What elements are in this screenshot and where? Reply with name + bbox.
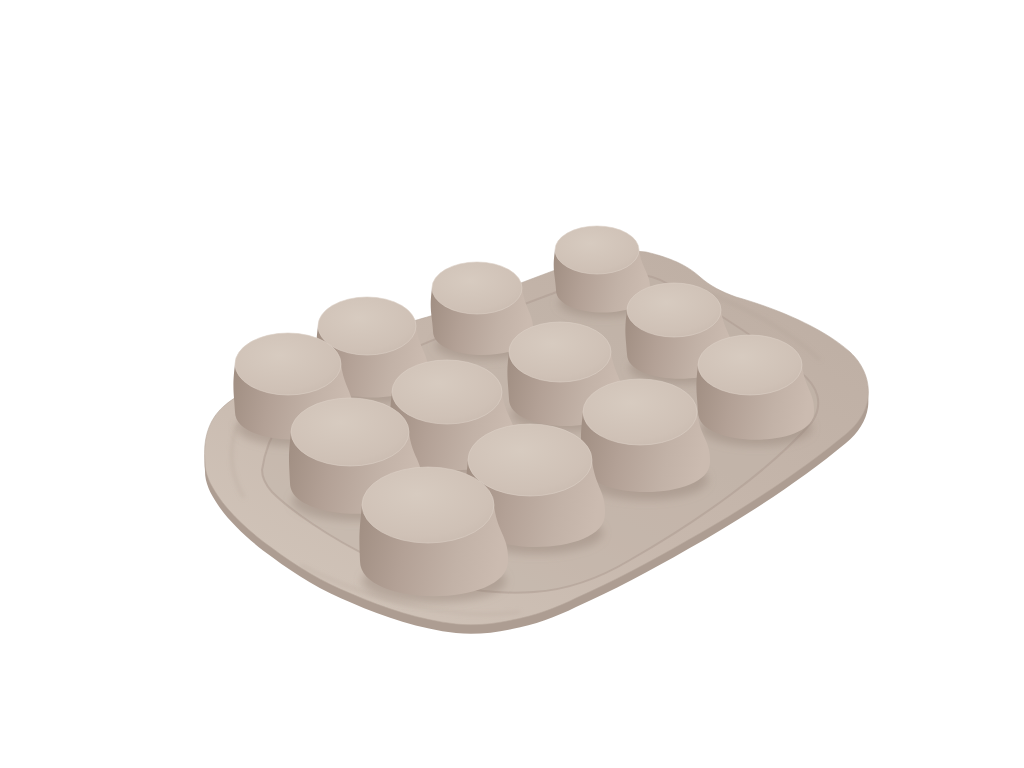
cup-top: [392, 360, 502, 424]
product-photo: [0, 0, 1024, 768]
muffin-mold-scene: [0, 0, 1024, 768]
cup-top: [468, 424, 592, 496]
cup-top: [698, 335, 802, 395]
cup-top: [362, 467, 494, 543]
cup-top: [318, 297, 416, 355]
cup-top: [235, 333, 341, 395]
cup-top: [627, 283, 721, 337]
mold-cup-r3c3: [581, 379, 710, 500]
cup-top: [432, 262, 522, 314]
mold-cup-r3c1: [359, 467, 508, 603]
mold-cup-r3c4: [696, 335, 814, 446]
cup-top: [555, 226, 639, 274]
cup-top: [291, 398, 409, 466]
cup-top: [509, 322, 611, 382]
cup-top: [583, 379, 697, 445]
